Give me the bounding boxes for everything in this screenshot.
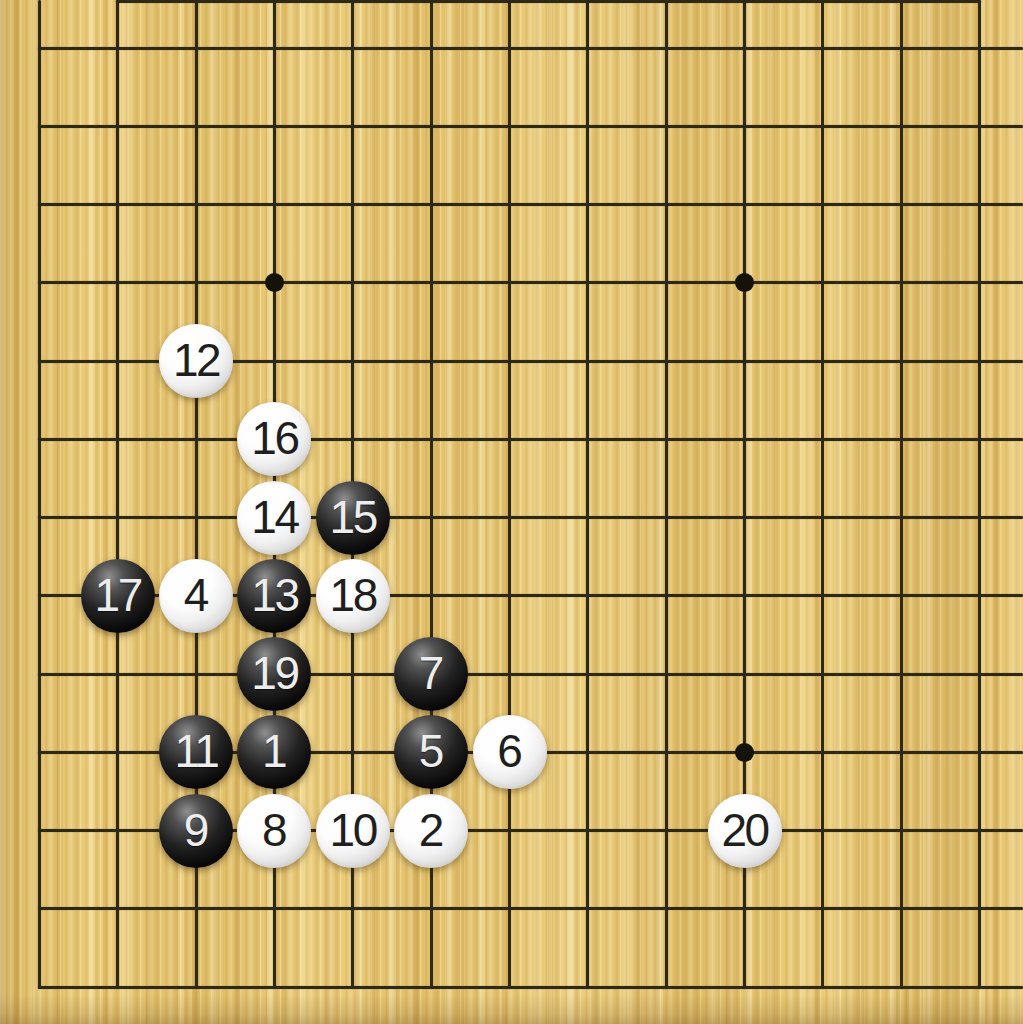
grid-line-vertical [821, 0, 824, 989]
move-number: 6 [497, 728, 522, 774]
grid-line-horizontal [38, 516, 1023, 519]
grid-line-vertical [978, 0, 981, 989]
move-number: 1 [262, 728, 287, 774]
move-number: 13 [251, 572, 297, 618]
stone-black-move-17: 17 [81, 559, 155, 633]
grid-line-vertical [586, 0, 589, 989]
move-number: 19 [251, 650, 297, 696]
grid-line-horizontal [38, 438, 1023, 441]
move-number: 11 [175, 728, 218, 774]
stone-white-move-14: 14 [237, 481, 311, 555]
stone-white-move-20: 20 [708, 794, 782, 868]
stone-black-move-15: 15 [316, 481, 390, 555]
stone-black-move-9: 9 [159, 794, 233, 868]
stone-black-move-7: 7 [394, 637, 468, 711]
stone-white-move-6: 6 [473, 715, 547, 789]
cropped-top-grid-line [116, 0, 981, 3]
grid-line-horizontal [38, 986, 1023, 989]
move-number: 9 [184, 807, 209, 853]
move-number: 18 [330, 572, 376, 618]
stone-black-move-11: 11 [159, 715, 233, 789]
grid-line-horizontal [38, 47, 1023, 50]
stone-white-move-10: 10 [316, 794, 390, 868]
move-number: 15 [330, 494, 376, 540]
grid-line-horizontal [38, 281, 1023, 284]
stone-white-move-4: 4 [159, 559, 233, 633]
move-number: 17 [95, 572, 141, 618]
move-number: 8 [262, 807, 287, 853]
stone-white-move-12: 12 [159, 324, 233, 398]
grid-line-horizontal [38, 673, 1023, 676]
grid-line-horizontal [38, 907, 1023, 910]
go-board-diagram: 124567891011121314151617181920 [0, 0, 1023, 1024]
move-number: 20 [721, 807, 767, 853]
stone-white-move-2: 2 [394, 794, 468, 868]
stone-white-move-8: 8 [237, 794, 311, 868]
stone-black-move-13: 13 [237, 559, 311, 633]
grid-line-vertical [38, 0, 41, 989]
move-number: 5 [419, 728, 444, 774]
star-point-K4 [735, 743, 754, 762]
stone-black-move-5: 5 [394, 715, 468, 789]
grid-line-vertical [665, 0, 668, 989]
move-number: 14 [251, 494, 297, 540]
move-number: 7 [419, 650, 444, 696]
grid-line-vertical [116, 0, 119, 989]
move-number: 4 [184, 572, 209, 618]
move-number: 10 [330, 807, 376, 853]
stone-white-move-18: 18 [316, 559, 390, 633]
move-number: 16 [251, 415, 297, 461]
grid-line-vertical [508, 0, 511, 989]
grid-line-horizontal [38, 203, 1023, 206]
move-number: 12 [173, 337, 219, 383]
board-wood-background [0, 0, 1023, 1024]
move-number: 2 [419, 807, 444, 853]
grid-line-horizontal [38, 125, 1023, 128]
grid-line-vertical [900, 0, 903, 989]
